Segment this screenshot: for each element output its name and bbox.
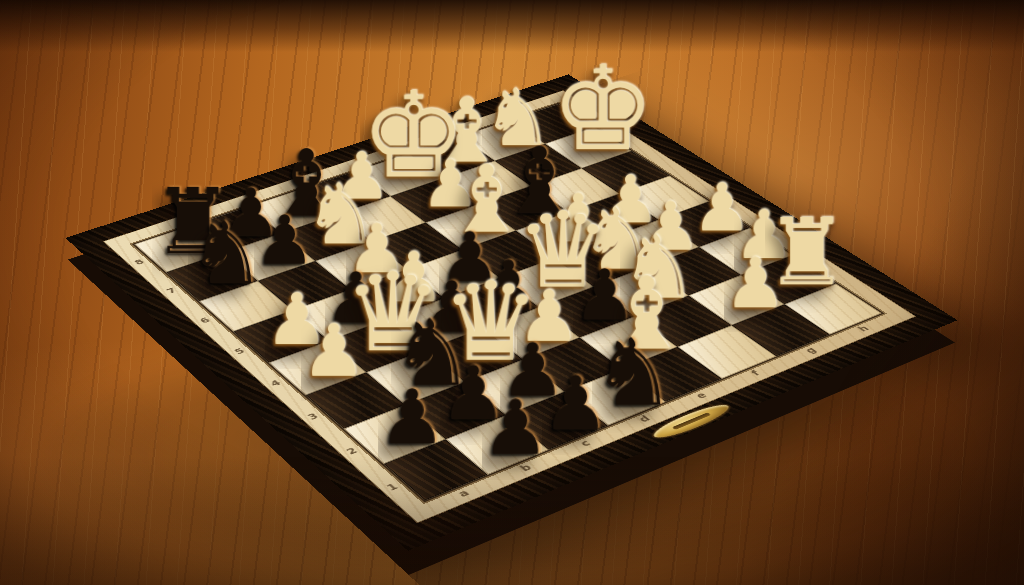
file-label-b: b <box>517 463 534 474</box>
file-label-c: c <box>578 438 594 448</box>
file-label-h: h <box>855 324 871 333</box>
piece-white-pawn-a4[interactable]: ♟ <box>301 319 366 386</box>
file-label-f: f <box>749 369 763 377</box>
rank-label-4: 4 <box>268 378 283 388</box>
rank-label-5: 5 <box>232 346 247 355</box>
board-coordinate-border: ♜♟♝♟♚♝♞♞♟♞♟♚♟♝♝♟♟♟♟♟♟♟♛♟♟♛♞♟♟♞♛♟♟♞♟♟♟♟♝♟… <box>103 90 917 523</box>
chess-board: ♜♟♝♟♚♝♞♞♟♞♟♚♟♝♝♟♟♟♟♟♟♟♛♟♟♛♞♟♟♞♛♟♟♞♟♟♟♟♝♟… <box>65 74 957 550</box>
rank-label-8: 8 <box>132 258 146 266</box>
square-h1[interactable] <box>785 284 882 335</box>
rank-label-2: 2 <box>344 446 360 456</box>
piece-black-pawn-a2[interactable]: ♟ <box>378 384 445 453</box>
file-label-e: e <box>693 391 709 401</box>
piece-white-pawn-g2[interactable]: ♟ <box>724 253 786 317</box>
board-frame: ♜♟♝♟♚♝♞♞♟♞♟♚♟♝♝♟♟♟♟♟♟♟♛♟♟♛♞♟♟♞♛♟♟♞♟♟♟♟♝♟… <box>65 74 957 550</box>
piece-black-pawn-b1[interactable]: ♟ <box>481 394 549 464</box>
rank-label-6: 6 <box>197 316 212 325</box>
file-label-a: a <box>455 488 472 499</box>
rank-label-1: 1 <box>384 481 401 492</box>
file-label-d: d <box>636 414 653 424</box>
piece-black-knight-a7[interactable]: ♞ <box>187 214 265 294</box>
board-grid: ♜♟♝♟♚♝♞♞♟♞♟♚♟♝♝♟♟♟♟♟♟♟♛♟♟♛♞♟♟♞♛♟♟♞♟♟♟♟♝♟… <box>135 104 882 501</box>
file-label-g: g <box>803 346 819 355</box>
rank-label-7: 7 <box>164 286 178 295</box>
rank-label-3: 3 <box>305 411 321 421</box>
piece-black-pawn-c1[interactable]: ♟ <box>542 370 609 439</box>
chess-scene: ♜♟♝♟♚♝♞♞♟♞♟♚♟♝♝♟♟♟♟♟♟♟♛♟♟♛♞♟♟♞♛♟♟♞♟♟♟♟♝♟… <box>0 0 1024 585</box>
